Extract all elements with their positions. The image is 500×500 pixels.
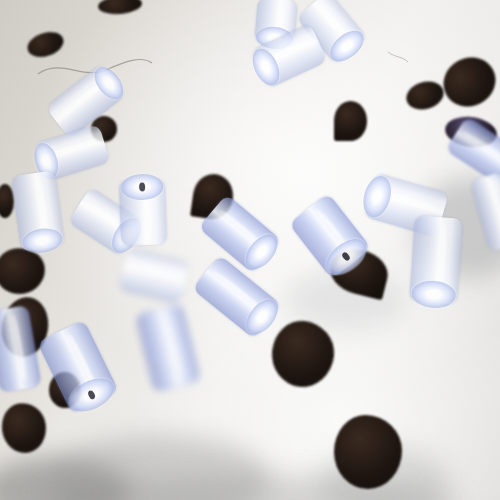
cylinder-left-vertical [11,170,65,251]
cylinder-hole [139,183,145,192]
seed [434,48,500,115]
seed [334,101,367,141]
seed [403,77,447,113]
seed [24,27,66,60]
seed [97,0,142,16]
photo-scene [0,0,500,500]
cylinder-foreground-blur-lower [135,303,201,392]
cylinder-right-standing [409,215,463,304]
cylinder-center-standing [119,178,167,246]
cylinder-foreground-blur-upper [118,247,191,305]
seed [0,400,49,456]
seed [334,415,402,489]
hair-fiber-small [388,52,408,62]
cylinder-center-lying [192,255,282,340]
cylinder-bottom-left-standing [37,320,119,415]
